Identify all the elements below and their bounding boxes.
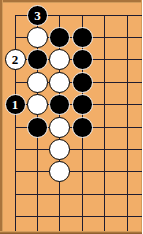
grid-line-vertical	[127, 15, 128, 232]
white-stone-move-2: 2	[5, 49, 26, 70]
grid-line-horizontal	[15, 171, 143, 172]
go-corner-diagram: 321	[0, 0, 142, 234]
white-stone	[49, 49, 70, 70]
black-stone	[49, 94, 70, 115]
black-stone	[72, 94, 93, 115]
grid-line-horizontal	[15, 149, 143, 150]
white-stone	[27, 72, 48, 93]
move-number-label: 3	[34, 9, 41, 22]
move-number-label: 2	[12, 53, 19, 66]
grid-line-vertical	[104, 15, 105, 232]
grid-line-horizontal	[15, 216, 143, 217]
white-stone	[27, 27, 48, 48]
white-stone	[49, 161, 70, 182]
black-stone	[72, 27, 93, 48]
white-stone	[49, 72, 70, 93]
black-stone	[27, 117, 48, 138]
black-stone-move-1: 1	[5, 94, 26, 115]
go-board: 321	[0, 0, 142, 234]
black-stone	[72, 72, 93, 93]
black-stone	[49, 27, 70, 48]
black-stone	[72, 49, 93, 70]
grid-line-horizontal	[15, 194, 143, 195]
black-stone	[72, 117, 93, 138]
white-stone	[27, 94, 48, 115]
black-stone	[27, 49, 48, 70]
move-number-label: 1	[12, 98, 19, 111]
white-stone	[49, 117, 70, 138]
white-stone	[49, 139, 70, 160]
black-stone-move-3: 3	[27, 5, 48, 26]
grid-line-vertical	[15, 15, 16, 232]
